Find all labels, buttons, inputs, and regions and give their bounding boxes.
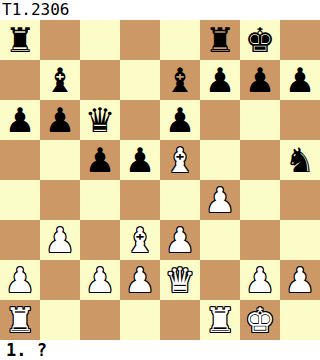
white-king-piece: ♚	[245, 300, 275, 340]
square-b4[interactable]	[40, 180, 80, 220]
square-d6[interactable]	[120, 100, 160, 140]
white-pawn-piece: ♟	[45, 220, 75, 260]
square-f6[interactable]	[200, 100, 240, 140]
square-c2[interactable]: ♟	[80, 260, 120, 300]
square-e6[interactable]: ♟	[160, 100, 200, 140]
black-knight-piece: ♞	[285, 140, 315, 180]
square-a6[interactable]: ♟	[0, 100, 40, 140]
square-h1[interactable]	[280, 300, 320, 340]
square-b1[interactable]	[40, 300, 80, 340]
black-rook-piece: ♜	[205, 20, 235, 60]
square-c7[interactable]	[80, 60, 120, 100]
white-rook-piece: ♜	[205, 300, 235, 340]
square-d1[interactable]	[120, 300, 160, 340]
square-e5[interactable]: ♝	[160, 140, 200, 180]
square-b3[interactable]: ♟	[40, 220, 80, 260]
white-pawn-piece: ♟	[125, 260, 155, 300]
square-h4[interactable]	[280, 180, 320, 220]
square-d3[interactable]: ♝	[120, 220, 160, 260]
square-d8[interactable]	[120, 20, 160, 60]
chess-board: ♜♜♚♝♝♟♟♟♟♟♛♟♟♟♝♞♟♟♝♟♟♟♟♛♟♟♜♜♚	[0, 20, 320, 340]
square-c3[interactable]	[80, 220, 120, 260]
square-f4[interactable]: ♟	[200, 180, 240, 220]
square-e4[interactable]	[160, 180, 200, 220]
square-a1[interactable]: ♜	[0, 300, 40, 340]
square-f7[interactable]: ♟	[200, 60, 240, 100]
square-h8[interactable]	[280, 20, 320, 60]
square-g2[interactable]: ♟	[240, 260, 280, 300]
black-pawn-piece: ♟	[285, 60, 315, 100]
white-pawn-piece: ♟	[5, 260, 35, 300]
square-g6[interactable]	[240, 100, 280, 140]
white-pawn-piece: ♟	[205, 180, 235, 220]
square-d5[interactable]: ♟	[120, 140, 160, 180]
square-h2[interactable]: ♟	[280, 260, 320, 300]
square-a8[interactable]: ♜	[0, 20, 40, 60]
square-g8[interactable]: ♚	[240, 20, 280, 60]
square-a4[interactable]	[0, 180, 40, 220]
square-c6[interactable]: ♛	[80, 100, 120, 140]
square-b5[interactable]	[40, 140, 80, 180]
square-g5[interactable]	[240, 140, 280, 180]
square-a7[interactable]	[0, 60, 40, 100]
square-h3[interactable]	[280, 220, 320, 260]
white-queen-piece: ♛	[165, 260, 195, 300]
square-c8[interactable]	[80, 20, 120, 60]
white-bishop-piece: ♝	[165, 140, 195, 180]
square-e3[interactable]: ♟	[160, 220, 200, 260]
white-pawn-piece: ♟	[85, 260, 115, 300]
square-b2[interactable]	[40, 260, 80, 300]
square-f5[interactable]	[200, 140, 240, 180]
square-f1[interactable]: ♜	[200, 300, 240, 340]
white-bishop-piece: ♝	[125, 220, 155, 260]
square-b7[interactable]: ♝	[40, 60, 80, 100]
black-pawn-piece: ♟	[205, 60, 235, 100]
white-pawn-piece: ♟	[245, 260, 275, 300]
square-f8[interactable]: ♜	[200, 20, 240, 60]
black-bishop-piece: ♝	[165, 60, 195, 100]
square-e1[interactable]	[160, 300, 200, 340]
square-f2[interactable]	[200, 260, 240, 300]
square-b6[interactable]: ♟	[40, 100, 80, 140]
square-g3[interactable]	[240, 220, 280, 260]
square-e7[interactable]: ♝	[160, 60, 200, 100]
puzzle-title: T1.2306	[0, 0, 320, 20]
square-e8[interactable]	[160, 20, 200, 60]
white-pawn-piece: ♟	[285, 260, 315, 300]
black-queen-piece: ♛	[85, 100, 115, 140]
square-a2[interactable]: ♟	[0, 260, 40, 300]
square-h6[interactable]	[280, 100, 320, 140]
black-pawn-piece: ♟	[85, 140, 115, 180]
black-rook-piece: ♜	[5, 20, 35, 60]
square-d2[interactable]: ♟	[120, 260, 160, 300]
white-pawn-piece: ♟	[165, 220, 195, 260]
black-pawn-piece: ♟	[165, 100, 195, 140]
square-h7[interactable]: ♟	[280, 60, 320, 100]
square-f3[interactable]	[200, 220, 240, 260]
black-king-piece: ♚	[245, 20, 275, 60]
square-g7[interactable]: ♟	[240, 60, 280, 100]
black-pawn-piece: ♟	[45, 100, 75, 140]
square-d7[interactable]	[120, 60, 160, 100]
square-c4[interactable]	[80, 180, 120, 220]
square-e2[interactable]: ♛	[160, 260, 200, 300]
square-b8[interactable]	[40, 20, 80, 60]
square-a5[interactable]	[0, 140, 40, 180]
square-g1[interactable]: ♚	[240, 300, 280, 340]
black-pawn-piece: ♟	[5, 100, 35, 140]
square-c5[interactable]: ♟	[80, 140, 120, 180]
square-g4[interactable]	[240, 180, 280, 220]
square-c1[interactable]	[80, 300, 120, 340]
black-bishop-piece: ♝	[45, 60, 75, 100]
black-pawn-piece: ♟	[245, 60, 275, 100]
move-prompt: 1. ?	[0, 340, 320, 360]
square-h5[interactable]: ♞	[280, 140, 320, 180]
white-rook-piece: ♜	[5, 300, 35, 340]
black-pawn-piece: ♟	[125, 140, 155, 180]
square-a3[interactable]	[0, 220, 40, 260]
square-d4[interactable]	[120, 180, 160, 220]
